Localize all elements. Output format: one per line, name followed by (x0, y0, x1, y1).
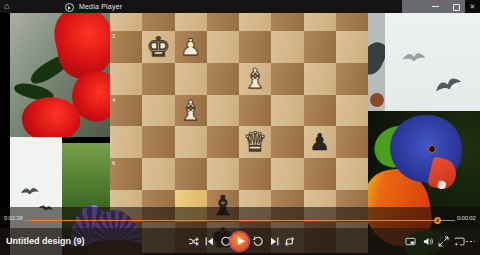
square-r6c6 (271, 158, 303, 190)
pigeon-icon (431, 71, 465, 98)
square-r5c8 (336, 126, 368, 158)
square-r6c5 (239, 158, 271, 190)
video-canvas[interactable]: 12345678♚♟♝♝♛♟♝♚ 0:02:38 0:00:02 (0, 13, 480, 255)
media-player-window: { "titlebar": { "title": "Media Player",… (0, 0, 480, 255)
play-button[interactable] (230, 232, 249, 251)
previous-button[interactable] (204, 236, 215, 247)
fullscreen-button[interactable] (438, 236, 449, 247)
square-r4c2 (142, 95, 174, 127)
square-r3c3 (175, 63, 207, 95)
white-pawn: ♟ (175, 31, 207, 63)
minimize-icon[interactable] (432, 6, 439, 7)
black-pawn: ♟ (304, 126, 336, 158)
close-icon[interactable]: ✕ (465, 0, 480, 13)
seek-strip: 0:02:38 0:00:02 (0, 207, 480, 228)
square-r2c7 (304, 31, 336, 63)
square-r3c2 (142, 63, 174, 95)
square-r3c6 (271, 63, 303, 95)
volume-button[interactable] (423, 236, 434, 247)
seagulls-sky-photo (385, 13, 480, 111)
rank-label-7: 7 (112, 192, 115, 198)
square-r6c3 (175, 158, 207, 190)
square-r1c8 (336, 13, 368, 31)
hibiscus-photo (10, 13, 110, 137)
elapsed-time: 0:02:38 (4, 215, 23, 221)
next-button[interactable] (269, 236, 280, 247)
square-r6c2 (142, 158, 174, 190)
remaining-time: 0:00:02 (457, 215, 476, 221)
square-r5c6 (271, 126, 303, 158)
repeat-button[interactable] (284, 236, 295, 247)
bird-wing-closeup-photo (368, 13, 385, 111)
playback-control-bar: Untitled design (9) (0, 228, 480, 255)
square-r6c7 (304, 158, 336, 190)
seagull-icon (401, 49, 427, 65)
seek-bar[interactable] (25, 220, 455, 222)
seek-knob[interactable] (434, 217, 441, 224)
square-r1c2 (142, 13, 174, 31)
mini-player-button[interactable] (405, 236, 416, 247)
square-r3c7 (304, 63, 336, 95)
flying-bird-icon (20, 185, 40, 197)
cast-button[interactable] (454, 236, 465, 247)
square-r1c5 (239, 13, 271, 31)
media-title: Untitled design (9) (6, 236, 85, 246)
white-bishop: ♝ (239, 63, 271, 95)
square-r6c8 (336, 158, 368, 190)
square-r4c6 (271, 95, 303, 127)
square-r5c4 (207, 126, 239, 158)
white-bishop: ♝ (175, 95, 207, 127)
rank-label-3: 3 (112, 65, 115, 71)
square-r4c5 (239, 95, 271, 127)
more-options-button[interactable] (466, 241, 475, 243)
square-r1c1 (110, 13, 142, 31)
media-player-app-icon (65, 3, 74, 12)
square-r5c3 (175, 126, 207, 158)
square-r3c4 (207, 63, 239, 95)
square-r1c7 (304, 13, 336, 31)
home-icon[interactable]: ⌂ (4, 0, 9, 13)
app-title: Media Player (79, 3, 122, 10)
rank-label-6: 6 (112, 160, 115, 166)
maximize-icon[interactable] (453, 4, 460, 11)
square-r4c7 (304, 95, 336, 127)
square-r1c6 (271, 13, 303, 31)
rank-label-4: 4 (112, 97, 115, 103)
square-r2c6 (271, 31, 303, 63)
square-r2c4 (207, 31, 239, 63)
rank-label-5: 5 (112, 128, 115, 134)
square-r2c5 (239, 31, 271, 63)
square-r5c2 (142, 126, 174, 158)
square-r1c4 (207, 13, 239, 31)
square-r4c4 (207, 95, 239, 127)
shuffle-button[interactable] (188, 236, 199, 247)
square-r2c8 (336, 31, 368, 63)
white-queen: ♛ (239, 126, 271, 158)
rank-label-2: 2 (112, 33, 115, 39)
square-r4c8 (336, 95, 368, 127)
skip-forward-button[interactable] (253, 236, 264, 247)
square-r6c4 (207, 158, 239, 190)
parrot-eye (428, 145, 436, 153)
white-king: ♚ (142, 31, 174, 63)
title-bar: ⌂ Media Player ✕ (0, 0, 480, 13)
square-r1c3 (175, 13, 207, 31)
seek-bar-fill (25, 220, 438, 222)
square-r3c8 (336, 63, 368, 95)
